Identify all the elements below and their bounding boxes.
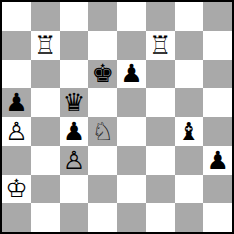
square-c2[interactable] <box>60 175 89 204</box>
square-g3[interactable] <box>175 146 204 175</box>
square-h6[interactable] <box>203 60 232 89</box>
square-e6[interactable]: ♟ <box>117 60 146 89</box>
square-h1[interactable] <box>203 203 232 232</box>
square-c5[interactable]: ♛ <box>60 88 89 117</box>
square-a6[interactable] <box>2 60 31 89</box>
square-h2[interactable] <box>203 175 232 204</box>
square-a5[interactable]: ♟ <box>2 88 31 117</box>
square-f1[interactable] <box>146 203 175 232</box>
square-h4[interactable] <box>203 117 232 146</box>
square-b7[interactable]: ♖ <box>31 31 60 60</box>
square-d7[interactable] <box>88 31 117 60</box>
square-h3[interactable]: ♟ <box>203 146 232 175</box>
square-a2[interactable]: ♔ <box>2 175 31 204</box>
square-h5[interactable] <box>203 88 232 117</box>
square-f5[interactable] <box>146 88 175 117</box>
black-pawn-c4: ♟ <box>63 119 85 144</box>
square-d3[interactable] <box>88 146 117 175</box>
square-f7[interactable]: ♖ <box>146 31 175 60</box>
square-d2[interactable] <box>88 175 117 204</box>
square-e7[interactable] <box>117 31 146 60</box>
square-e2[interactable] <box>117 175 146 204</box>
square-d6[interactable]: ♚ <box>88 60 117 89</box>
black-pawn-a5: ♟ <box>5 90 27 115</box>
square-f3[interactable] <box>146 146 175 175</box>
square-b6[interactable] <box>31 60 60 89</box>
square-a3[interactable] <box>2 146 31 175</box>
square-c4[interactable]: ♟ <box>60 117 89 146</box>
square-f8[interactable] <box>146 2 175 31</box>
square-g5[interactable] <box>175 88 204 117</box>
white-knight-d4: ♘ <box>91 119 113 144</box>
square-g4[interactable]: ♝ <box>175 117 204 146</box>
white-rook-b7: ♖ <box>34 33 56 58</box>
square-e5[interactable] <box>117 88 146 117</box>
square-f6[interactable] <box>146 60 175 89</box>
square-b3[interactable] <box>31 146 60 175</box>
square-h8[interactable] <box>203 2 232 31</box>
square-g2[interactable] <box>175 175 204 204</box>
white-king-a2: ♔ <box>5 176 27 201</box>
square-a7[interactable] <box>2 31 31 60</box>
black-bishop-g4: ♝ <box>178 119 200 144</box>
square-g6[interactable] <box>175 60 204 89</box>
square-b1[interactable] <box>31 203 60 232</box>
square-a8[interactable] <box>2 2 31 31</box>
square-c7[interactable] <box>60 31 89 60</box>
square-c6[interactable] <box>60 60 89 89</box>
square-f2[interactable] <box>146 175 175 204</box>
square-f4[interactable] <box>146 117 175 146</box>
square-d1[interactable] <box>88 203 117 232</box>
square-a1[interactable] <box>2 203 31 232</box>
white-pawn-a4: ♙ <box>5 119 27 144</box>
chess-board: ♖♖♚♟♟♛♙♟♘♝♙♟♔ <box>0 0 234 234</box>
square-b8[interactable] <box>31 2 60 31</box>
square-c1[interactable] <box>60 203 89 232</box>
square-d5[interactable] <box>88 88 117 117</box>
square-g8[interactable] <box>175 2 204 31</box>
square-g1[interactable] <box>175 203 204 232</box>
square-g7[interactable] <box>175 31 204 60</box>
white-rook-f7: ♖ <box>149 33 171 58</box>
square-e8[interactable] <box>117 2 146 31</box>
white-pawn-c3: ♙ <box>63 148 85 173</box>
square-b5[interactable] <box>31 88 60 117</box>
square-e1[interactable] <box>117 203 146 232</box>
square-c3[interactable]: ♙ <box>60 146 89 175</box>
black-pawn-h3: ♟ <box>206 148 228 173</box>
square-e3[interactable] <box>117 146 146 175</box>
square-b4[interactable] <box>31 117 60 146</box>
black-queen-c5: ♛ <box>63 90 85 115</box>
square-a4[interactable]: ♙ <box>2 117 31 146</box>
square-b2[interactable] <box>31 175 60 204</box>
square-c8[interactable] <box>60 2 89 31</box>
square-e4[interactable] <box>117 117 146 146</box>
black-king-d6: ♚ <box>91 61 113 86</box>
square-d8[interactable] <box>88 2 117 31</box>
square-h7[interactable] <box>203 31 232 60</box>
square-d4[interactable]: ♘ <box>88 117 117 146</box>
black-pawn-e6: ♟ <box>120 61 142 86</box>
